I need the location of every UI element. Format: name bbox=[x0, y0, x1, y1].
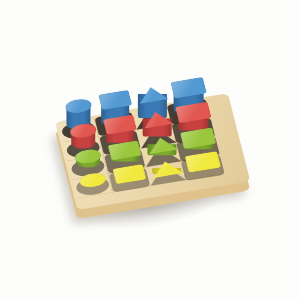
product-photo-scene bbox=[0, 0, 300, 300]
board-grid bbox=[58, 99, 224, 198]
cell-r3c3 bbox=[182, 155, 223, 180]
cell-r3c1 bbox=[109, 168, 150, 193]
